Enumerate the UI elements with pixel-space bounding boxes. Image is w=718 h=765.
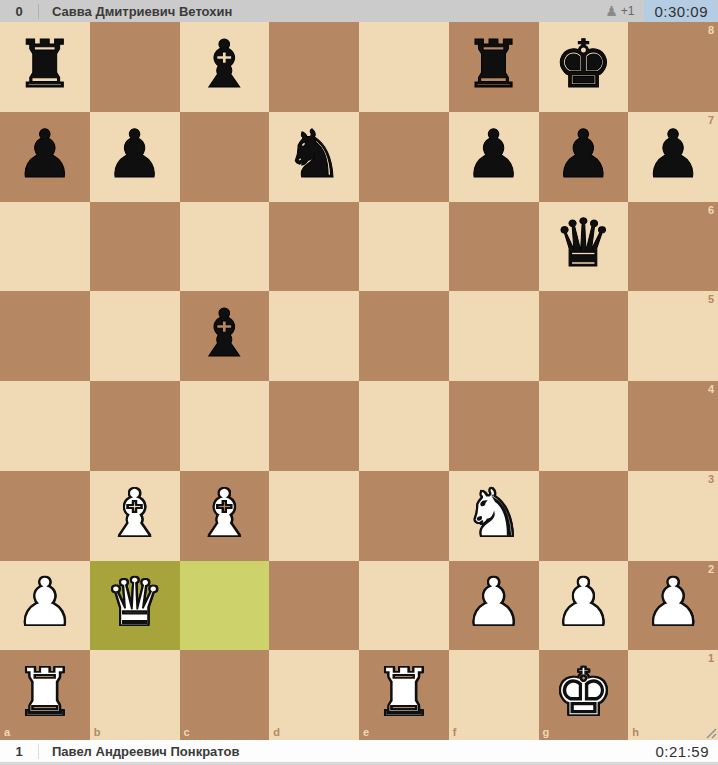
square-c8[interactable]: ♝︎ xyxy=(180,22,270,112)
square-b1[interactable]: b xyxy=(90,650,180,740)
square-g4[interactable] xyxy=(539,381,629,471)
square-c7[interactable] xyxy=(180,112,270,202)
square-b5[interactable] xyxy=(90,291,180,381)
square-c1[interactable]: c xyxy=(180,650,270,740)
piece-white-queen: ♛︎ xyxy=(105,570,164,636)
square-e4[interactable] xyxy=(359,381,449,471)
square-a7[interactable]: ♟︎ xyxy=(0,112,90,202)
square-d8[interactable] xyxy=(269,22,359,112)
coord-file-g: g xyxy=(543,727,550,738)
square-g7[interactable]: ♟︎ xyxy=(539,112,629,202)
square-f5[interactable] xyxy=(449,291,539,381)
clock-top: 0:30:09 xyxy=(644,0,718,22)
game-index-top: 0 xyxy=(0,4,38,19)
square-e8[interactable] xyxy=(359,22,449,112)
square-c4[interactable] xyxy=(180,381,270,471)
piece-white-knight: ♞︎ xyxy=(464,481,523,547)
square-b2[interactable]: ♛︎ xyxy=(90,561,180,651)
piece-black-queen: ♛︎ xyxy=(554,211,613,277)
piece-black-pawn: ♟︎ xyxy=(105,122,164,188)
piece-white-pawn: ♟︎ xyxy=(464,570,523,636)
coord-file-c: c xyxy=(184,727,190,738)
square-f4[interactable] xyxy=(449,381,539,471)
piece-black-rook: ♜︎ xyxy=(464,32,523,98)
square-e5[interactable] xyxy=(359,291,449,381)
square-h7[interactable]: ♟︎7 xyxy=(628,112,718,202)
square-f2[interactable]: ♟︎ xyxy=(449,561,539,651)
square-e2[interactable] xyxy=(359,561,449,651)
square-g3[interactable] xyxy=(539,471,629,561)
square-a2[interactable]: ♟︎ xyxy=(0,561,90,651)
square-h2[interactable]: ♟︎2 xyxy=(628,561,718,651)
bar-separator xyxy=(38,4,39,19)
square-f7[interactable]: ♟︎ xyxy=(449,112,539,202)
piece-black-pawn: ♟︎ xyxy=(464,122,523,188)
square-b6[interactable] xyxy=(90,202,180,292)
square-b3[interactable]: ♝︎ xyxy=(90,471,180,561)
bottom-player-bar: 1 Павел Андреевич Понкратов 0:21:59 xyxy=(0,740,718,765)
chess-board: ♜︎♝︎♜︎♚︎8♟︎♟︎♞︎♟︎♟︎♟︎7♛︎6♝︎54♝︎♝︎♞︎3♟︎♛︎… xyxy=(0,22,718,740)
material-advantage: ♟︎ +1 xyxy=(605,4,634,18)
player-name-bottom: Павел Андреевич Понкратов xyxy=(52,744,239,759)
piece-black-rook: ♜︎ xyxy=(15,32,74,98)
square-a5[interactable] xyxy=(0,291,90,381)
square-g1[interactable]: ♚︎g xyxy=(539,650,629,740)
coord-file-f: f xyxy=(453,727,457,738)
game-index-bottom: 1 xyxy=(0,744,38,759)
square-c2[interactable] xyxy=(180,561,270,651)
piece-black-pawn: ♟︎ xyxy=(15,122,74,188)
square-b7[interactable]: ♟︎ xyxy=(90,112,180,202)
square-f8[interactable]: ♜︎ xyxy=(449,22,539,112)
square-h8[interactable]: 8 xyxy=(628,22,718,112)
coord-rank-7: 7 xyxy=(708,115,714,126)
square-d7[interactable]: ♞︎ xyxy=(269,112,359,202)
square-a1[interactable]: ♜︎a xyxy=(0,650,90,740)
top-player-bar: 0 Савва Дмитриевич Ветохин ♟︎ +1 0:30:09 xyxy=(0,0,718,22)
resize-grip-icon[interactable] xyxy=(705,727,717,739)
square-a6[interactable] xyxy=(0,202,90,292)
coord-rank-8: 8 xyxy=(708,25,714,36)
piece-white-pawn: ♟︎ xyxy=(554,570,613,636)
piece-white-rook: ♜︎ xyxy=(374,660,433,726)
coord-file-e: e xyxy=(363,727,369,738)
square-d4[interactable] xyxy=(269,381,359,471)
piece-white-pawn: ♟︎ xyxy=(644,570,703,636)
coord-rank-1: 1 xyxy=(708,653,714,664)
coord-rank-2: 2 xyxy=(708,564,714,575)
square-a3[interactable] xyxy=(0,471,90,561)
square-f6[interactable] xyxy=(449,202,539,292)
square-f3[interactable]: ♞︎ xyxy=(449,471,539,561)
piece-black-knight: ♞︎ xyxy=(285,122,344,188)
square-c5[interactable]: ♝︎ xyxy=(180,291,270,381)
square-f1[interactable]: f xyxy=(449,650,539,740)
piece-black-pawn: ♟︎ xyxy=(644,122,703,188)
square-g8[interactable]: ♚︎ xyxy=(539,22,629,112)
square-h5[interactable]: 5 xyxy=(628,291,718,381)
square-a8[interactable]: ♜︎ xyxy=(0,22,90,112)
piece-black-bishop: ♝︎ xyxy=(195,32,254,98)
square-d1[interactable]: d xyxy=(269,650,359,740)
piece-black-king: ♚︎ xyxy=(554,32,613,98)
square-c6[interactable] xyxy=(180,202,270,292)
square-c3[interactable]: ♝︎ xyxy=(180,471,270,561)
square-h3[interactable]: 3 xyxy=(628,471,718,561)
game-view: 0 Савва Дмитриевич Ветохин ♟︎ +1 0:30:09… xyxy=(0,0,718,765)
square-e3[interactable] xyxy=(359,471,449,561)
clock-bottom: 0:21:59 xyxy=(655,743,709,760)
piece-white-bishop: ♝︎ xyxy=(195,481,254,547)
piece-black-pawn: ♟︎ xyxy=(554,122,613,188)
piece-white-pawn: ♟︎ xyxy=(15,570,74,636)
square-e6[interactable] xyxy=(359,202,449,292)
bar-separator xyxy=(38,744,39,759)
coord-rank-4: 4 xyxy=(708,384,714,395)
square-d5[interactable] xyxy=(269,291,359,381)
coord-rank-5: 5 xyxy=(708,294,714,305)
square-b8[interactable] xyxy=(90,22,180,112)
square-g2[interactable]: ♟︎ xyxy=(539,561,629,651)
square-a4[interactable] xyxy=(0,381,90,471)
coord-rank-6: 6 xyxy=(708,205,714,216)
coord-file-b: b xyxy=(94,727,101,738)
square-g6[interactable]: ♛︎ xyxy=(539,202,629,292)
coord-file-d: d xyxy=(273,727,280,738)
square-e7[interactable] xyxy=(359,112,449,202)
square-g5[interactable] xyxy=(539,291,629,381)
pawn-icon: ♟︎ xyxy=(605,4,618,18)
material-value: +1 xyxy=(621,4,635,18)
square-h6[interactable]: 6 xyxy=(628,202,718,292)
piece-white-bishop: ♝︎ xyxy=(105,481,164,547)
square-d2[interactable] xyxy=(269,561,359,651)
square-h4[interactable]: 4 xyxy=(628,381,718,471)
coord-rank-3: 3 xyxy=(708,474,714,485)
coord-file-a: a xyxy=(4,727,10,738)
piece-white-king: ♚︎ xyxy=(554,660,613,726)
square-d3[interactable] xyxy=(269,471,359,561)
piece-white-rook: ♜︎ xyxy=(15,660,74,726)
coord-file-h: h xyxy=(632,727,639,738)
square-d6[interactable] xyxy=(269,202,359,292)
piece-black-bishop: ♝︎ xyxy=(195,301,254,367)
square-e1[interactable]: ♜︎e xyxy=(359,650,449,740)
square-b4[interactable] xyxy=(90,381,180,471)
player-name-top: Савва Дмитриевич Ветохин xyxy=(52,4,232,19)
